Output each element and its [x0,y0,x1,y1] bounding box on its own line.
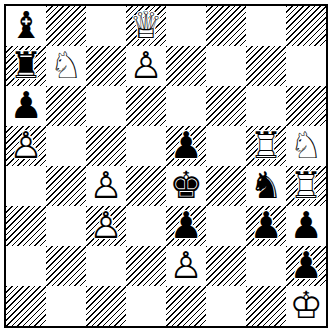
square-c8[interactable] [86,6,126,46]
square-a6[interactable]: ♟ [6,86,46,126]
piece-white-pawn-c4-fill: ♟ [86,166,126,206]
piece-black-pawn-g3-glyph: ♟ [246,206,286,246]
piece-white-pawn-a5-outline: ♙ [6,126,46,166]
piece-black-rook-a7: ♜ [6,46,46,86]
piece-white-rook-h4-fill: ♜ [286,166,326,206]
square-c4[interactable]: ♟♙ [86,166,126,206]
square-f8[interactable] [206,6,246,46]
square-h7[interactable] [286,46,326,86]
square-d1[interactable] [126,286,166,326]
square-e4[interactable]: ♚ [166,166,206,206]
square-h8[interactable] [286,6,326,46]
square-e1[interactable] [166,286,206,326]
square-e8[interactable] [166,6,206,46]
square-h3[interactable]: ♟ [286,206,326,246]
square-c7[interactable] [86,46,126,86]
square-h1[interactable]: ♚♔ [286,286,326,326]
piece-black-bishop-a8: ♝ [6,6,46,46]
square-f1[interactable] [206,286,246,326]
chess-board: ♝♛♕♜♞♘♟♙♟♟♙♟♜♖♞♘♟♙♚♞♜♖♟♙♟♟♟♟♙♟♚♔ [6,6,326,326]
piece-white-pawn-a5: ♟♙ [6,126,46,166]
piece-white-pawn-e2-fill: ♟ [166,246,206,286]
square-h2[interactable]: ♟ [286,246,326,286]
square-b4[interactable] [46,166,86,206]
piece-white-rook-g5-outline: ♖ [246,126,286,166]
piece-black-pawn-e5: ♟ [166,126,206,166]
piece-white-queen-d8-outline: ♕ [126,6,166,46]
piece-white-knight-b7-fill: ♞ [46,46,86,86]
square-d2[interactable] [126,246,166,286]
square-a3[interactable] [6,206,46,246]
square-d4[interactable] [126,166,166,206]
piece-black-pawn-g3: ♟ [246,206,286,246]
square-b8[interactable] [46,6,86,46]
piece-black-knight-g4-glyph: ♞ [246,166,286,206]
piece-black-pawn-e3: ♟ [166,206,206,246]
square-g1[interactable] [246,286,286,326]
square-f2[interactable] [206,246,246,286]
square-g6[interactable] [246,86,286,126]
square-b7[interactable]: ♞♘ [46,46,86,86]
piece-white-knight-h5-outline: ♘ [286,126,326,166]
square-e6[interactable] [166,86,206,126]
square-a8[interactable]: ♝ [6,6,46,46]
square-a4[interactable] [6,166,46,206]
piece-white-pawn-c3-fill: ♟ [86,206,126,246]
piece-white-knight-h5-fill: ♞ [286,126,326,166]
square-g5[interactable]: ♜♖ [246,126,286,166]
piece-black-knight-g4: ♞ [246,166,286,206]
square-h4[interactable]: ♜♖ [286,166,326,206]
square-e2[interactable]: ♟♙ [166,246,206,286]
square-g2[interactable] [246,246,286,286]
square-a1[interactable] [6,286,46,326]
square-d6[interactable] [126,86,166,126]
piece-black-pawn-h3: ♟ [286,206,326,246]
piece-white-pawn-c4: ♟♙ [86,166,126,206]
piece-white-knight-h5: ♞♘ [286,126,326,166]
board-frame: ♝♛♕♜♞♘♟♙♟♟♙♟♜♖♞♘♟♙♚♞♜♖♟♙♟♟♟♟♙♟♚♔ [4,4,328,328]
piece-white-rook-g5: ♜♖ [246,126,286,166]
piece-white-pawn-d7: ♟♙ [126,46,166,86]
square-e7[interactable] [166,46,206,86]
piece-white-rook-h4-outline: ♖ [286,166,326,206]
square-c5[interactable] [86,126,126,166]
square-b6[interactable] [46,86,86,126]
square-d7[interactable]: ♟♙ [126,46,166,86]
square-b1[interactable] [46,286,86,326]
square-g4[interactable]: ♞ [246,166,286,206]
chess-diagram-page: ♝♛♕♜♞♘♟♙♟♟♙♟♜♖♞♘♟♙♚♞♜♖♟♙♟♟♟♟♙♟♚♔ [0,0,332,332]
piece-white-queen-d8-fill: ♛ [126,6,166,46]
square-c2[interactable] [86,246,126,286]
piece-white-pawn-e2: ♟♙ [166,246,206,286]
square-e3[interactable]: ♟ [166,206,206,246]
square-f7[interactable] [206,46,246,86]
piece-white-knight-b7-outline: ♘ [46,46,86,86]
piece-white-knight-b7: ♞♘ [46,46,86,86]
piece-white-queen-d8: ♛♕ [126,6,166,46]
square-a5[interactable]: ♟♙ [6,126,46,166]
piece-white-rook-h4: ♜♖ [286,166,326,206]
piece-white-king-h1-fill: ♚ [286,286,326,326]
piece-black-king-e4: ♚ [166,166,206,206]
piece-white-king-h1-outline: ♔ [286,286,326,326]
piece-black-king-e4-glyph: ♚ [166,166,206,206]
square-f5[interactable] [206,126,246,166]
square-e5[interactable]: ♟ [166,126,206,166]
square-d5[interactable] [126,126,166,166]
piece-white-rook-g5-fill: ♜ [246,126,286,166]
piece-white-king-h1: ♚♔ [286,286,326,326]
piece-black-pawn-a6: ♟ [6,86,46,126]
square-f3[interactable] [206,206,246,246]
square-d8[interactable]: ♛♕ [126,6,166,46]
square-c1[interactable] [86,286,126,326]
square-a7[interactable]: ♜ [6,46,46,86]
piece-black-pawn-a6-glyph: ♟ [6,86,46,126]
square-b5[interactable] [46,126,86,166]
piece-white-pawn-c3: ♟♙ [86,206,126,246]
square-d3[interactable] [126,206,166,246]
square-a2[interactable] [6,246,46,286]
piece-black-pawn-e5-glyph: ♟ [166,126,206,166]
square-c3[interactable]: ♟♙ [86,206,126,246]
square-h5[interactable]: ♞♘ [286,126,326,166]
piece-white-pawn-d7-outline: ♙ [126,46,166,86]
piece-white-pawn-c4-outline: ♙ [86,166,126,206]
piece-white-pawn-a5-fill: ♟ [6,126,46,166]
square-f4[interactable] [206,166,246,206]
square-g3[interactable]: ♟ [246,206,286,246]
square-b3[interactable] [46,206,86,246]
piece-black-pawn-h2-glyph: ♟ [286,246,326,286]
square-h6[interactable] [286,86,326,126]
piece-black-pawn-e3-glyph: ♟ [166,206,206,246]
piece-black-pawn-h3-glyph: ♟ [286,206,326,246]
square-c6[interactable] [86,86,126,126]
square-b2[interactable] [46,246,86,286]
piece-white-pawn-c3-outline: ♙ [86,206,126,246]
square-f6[interactable] [206,86,246,126]
square-g7[interactable] [246,46,286,86]
piece-black-bishop-a8-glyph: ♝ [6,6,46,46]
piece-white-pawn-e2-outline: ♙ [166,246,206,286]
piece-white-pawn-d7-fill: ♟ [126,46,166,86]
piece-black-rook-a7-glyph: ♜ [6,46,46,86]
square-g8[interactable] [246,6,286,46]
piece-black-pawn-h2: ♟ [286,246,326,286]
